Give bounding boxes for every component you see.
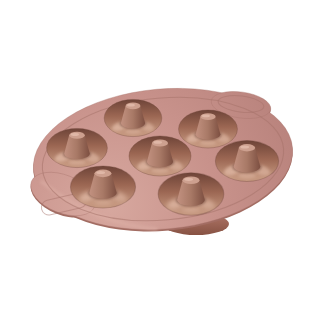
cavity-6 (70, 166, 135, 208)
cone-top-highlight (127, 104, 135, 107)
cone-top-highlight (154, 141, 162, 144)
cavity-4 (129, 136, 191, 176)
cavity-7 (158, 173, 224, 215)
product-photo (0, 0, 320, 320)
cone-top-highlight (184, 178, 193, 181)
cavity-5 (215, 141, 278, 182)
cavity-3 (47, 128, 108, 167)
cone-top-highlight (202, 114, 210, 117)
donut-mold-illustration (0, 0, 320, 320)
cone-top-highlight (240, 145, 249, 148)
cavity-1 (104, 99, 162, 136)
cone-top-highlight (71, 133, 79, 136)
cavity-2 (179, 110, 238, 148)
cone-top-highlight (96, 171, 105, 174)
